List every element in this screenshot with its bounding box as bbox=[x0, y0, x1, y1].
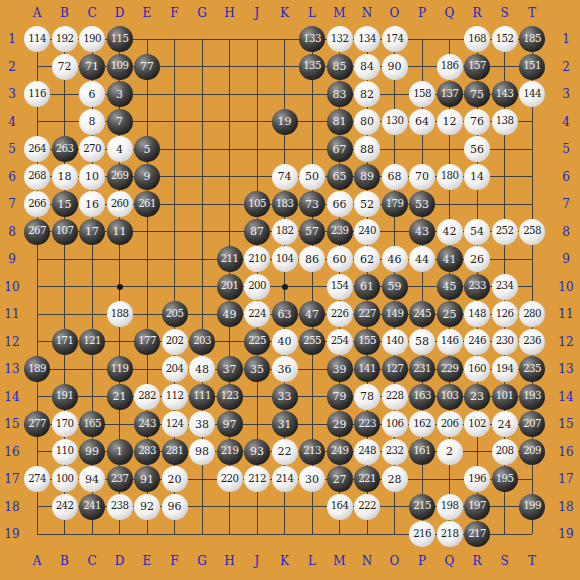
cell-O8[interactable] bbox=[381, 218, 409, 246]
cell-R16[interactable] bbox=[463, 438, 491, 466]
cell-A11[interactable] bbox=[23, 300, 51, 328]
cell-K18[interactable] bbox=[271, 493, 299, 521]
cell-E19[interactable] bbox=[133, 520, 161, 548]
cell-M14[interactable]: 79 bbox=[326, 383, 354, 411]
cell-J1[interactable] bbox=[243, 25, 271, 53]
cell-F9[interactable] bbox=[161, 245, 189, 273]
cell-E1[interactable] bbox=[133, 25, 161, 53]
cell-Q3[interactable]: 137 bbox=[436, 80, 464, 108]
cell-E8[interactable] bbox=[133, 218, 161, 246]
cell-D18[interactable]: 238 bbox=[106, 493, 134, 521]
cell-F19[interactable] bbox=[161, 520, 189, 548]
cell-O17[interactable]: 28 bbox=[381, 465, 409, 493]
cell-E9[interactable] bbox=[133, 245, 161, 273]
cell-N9[interactable]: 62 bbox=[353, 245, 381, 273]
cell-D3[interactable]: 3 bbox=[106, 80, 134, 108]
cell-J7[interactable]: 105 bbox=[243, 190, 271, 218]
cell-A2[interactable] bbox=[23, 53, 51, 81]
cell-S1[interactable]: 152 bbox=[491, 25, 519, 53]
cell-K14[interactable]: 33 bbox=[271, 383, 299, 411]
cell-S13[interactable]: 194 bbox=[491, 355, 519, 383]
cell-P18[interactable]: 215 bbox=[408, 493, 436, 521]
cell-B15[interactable]: 170 bbox=[51, 410, 79, 438]
cell-O11[interactable]: 149 bbox=[381, 300, 409, 328]
cell-L11[interactable]: 47 bbox=[298, 300, 326, 328]
cell-S4[interactable]: 138 bbox=[491, 108, 519, 136]
cell-T5[interactable] bbox=[518, 135, 546, 163]
cell-M7[interactable]: 66 bbox=[326, 190, 354, 218]
cell-E11[interactable] bbox=[133, 300, 161, 328]
cell-K1[interactable] bbox=[271, 25, 299, 53]
cell-L1[interactable]: 133 bbox=[298, 25, 326, 53]
cell-Q9[interactable]: 41 bbox=[436, 245, 464, 273]
cell-E6[interactable]: 9 bbox=[133, 163, 161, 191]
cell-T15[interactable]: 207 bbox=[518, 410, 546, 438]
cell-O13[interactable]: 127 bbox=[381, 355, 409, 383]
cell-D11[interactable]: 188 bbox=[106, 300, 134, 328]
cell-F14[interactable]: 112 bbox=[161, 383, 189, 411]
cell-Q17[interactable] bbox=[436, 465, 464, 493]
cell-T6[interactable] bbox=[518, 163, 546, 191]
cell-J5[interactable] bbox=[243, 135, 271, 163]
cell-T2[interactable]: 151 bbox=[518, 53, 546, 81]
cell-M3[interactable]: 83 bbox=[326, 80, 354, 108]
cell-S17[interactable]: 195 bbox=[491, 465, 519, 493]
cell-H16[interactable]: 219 bbox=[216, 438, 244, 466]
cell-A4[interactable] bbox=[23, 108, 51, 136]
cell-L12[interactable]: 255 bbox=[298, 328, 326, 356]
cell-A17[interactable]: 274 bbox=[23, 465, 51, 493]
cell-R4[interactable]: 76 bbox=[463, 108, 491, 136]
cell-G10[interactable] bbox=[188, 273, 216, 301]
cell-F15[interactable]: 124 bbox=[161, 410, 189, 438]
cell-S7[interactable] bbox=[491, 190, 519, 218]
cell-R13[interactable]: 160 bbox=[463, 355, 491, 383]
cell-M15[interactable]: 29 bbox=[326, 410, 354, 438]
cell-A8[interactable]: 267 bbox=[23, 218, 51, 246]
cell-Q16[interactable]: 2 bbox=[436, 438, 464, 466]
cell-F7[interactable] bbox=[161, 190, 189, 218]
cell-B17[interactable]: 100 bbox=[51, 465, 79, 493]
cell-C5[interactable]: 270 bbox=[78, 135, 106, 163]
cell-E5[interactable]: 5 bbox=[133, 135, 161, 163]
cell-R6[interactable]: 14 bbox=[463, 163, 491, 191]
cell-B2[interactable]: 72 bbox=[51, 53, 79, 81]
cell-A13[interactable]: 189 bbox=[23, 355, 51, 383]
cell-A6[interactable]: 268 bbox=[23, 163, 51, 191]
cell-T3[interactable]: 144 bbox=[518, 80, 546, 108]
cell-J12[interactable]: 225 bbox=[243, 328, 271, 356]
cell-E12[interactable]: 177 bbox=[133, 328, 161, 356]
cell-S19[interactable] bbox=[491, 520, 519, 548]
cell-S6[interactable] bbox=[491, 163, 519, 191]
cell-C3[interactable]: 6 bbox=[78, 80, 106, 108]
cell-R9[interactable]: 26 bbox=[463, 245, 491, 273]
cell-D2[interactable]: 109 bbox=[106, 53, 134, 81]
cell-F11[interactable]: 205 bbox=[161, 300, 189, 328]
cell-L16[interactable]: 213 bbox=[298, 438, 326, 466]
cell-S14[interactable]: 101 bbox=[491, 383, 519, 411]
cell-Q5[interactable] bbox=[436, 135, 464, 163]
cell-F12[interactable]: 202 bbox=[161, 328, 189, 356]
cell-R14[interactable]: 23 bbox=[463, 383, 491, 411]
cell-L6[interactable]: 50 bbox=[298, 163, 326, 191]
cell-C19[interactable] bbox=[78, 520, 106, 548]
cell-B6[interactable]: 18 bbox=[51, 163, 79, 191]
cell-M2[interactable]: 85 bbox=[326, 53, 354, 81]
cell-M19[interactable] bbox=[326, 520, 354, 548]
cell-D4[interactable]: 7 bbox=[106, 108, 134, 136]
cell-M5[interactable]: 67 bbox=[326, 135, 354, 163]
cell-B14[interactable]: 191 bbox=[51, 383, 79, 411]
cell-O1[interactable]: 174 bbox=[381, 25, 409, 53]
cell-L17[interactable]: 30 bbox=[298, 465, 326, 493]
cell-H9[interactable]: 211 bbox=[216, 245, 244, 273]
cell-Q12[interactable]: 146 bbox=[436, 328, 464, 356]
cell-S12[interactable]: 230 bbox=[491, 328, 519, 356]
cell-G17[interactable] bbox=[188, 465, 216, 493]
cell-L7[interactable]: 73 bbox=[298, 190, 326, 218]
cell-C15[interactable]: 165 bbox=[78, 410, 106, 438]
cell-O5[interactable] bbox=[381, 135, 409, 163]
cell-N12[interactable]: 155 bbox=[353, 328, 381, 356]
cell-S18[interactable] bbox=[491, 493, 519, 521]
cell-N2[interactable]: 84 bbox=[353, 53, 381, 81]
cell-K8[interactable]: 182 bbox=[271, 218, 299, 246]
cell-D15[interactable] bbox=[106, 410, 134, 438]
cell-Q13[interactable]: 229 bbox=[436, 355, 464, 383]
cell-R12[interactable]: 246 bbox=[463, 328, 491, 356]
cell-S9[interactable] bbox=[491, 245, 519, 273]
cell-R3[interactable]: 75 bbox=[463, 80, 491, 108]
cell-J17[interactable]: 212 bbox=[243, 465, 271, 493]
cell-C12[interactable]: 121 bbox=[78, 328, 106, 356]
cell-F17[interactable]: 20 bbox=[161, 465, 189, 493]
cell-D6[interactable]: 269 bbox=[106, 163, 134, 191]
cell-J3[interactable] bbox=[243, 80, 271, 108]
cell-M11[interactable]: 226 bbox=[326, 300, 354, 328]
cell-B13[interactable] bbox=[51, 355, 79, 383]
cell-F5[interactable] bbox=[161, 135, 189, 163]
cell-S11[interactable]: 126 bbox=[491, 300, 519, 328]
cell-H18[interactable] bbox=[216, 493, 244, 521]
cell-S5[interactable] bbox=[491, 135, 519, 163]
cell-K3[interactable] bbox=[271, 80, 299, 108]
cell-T12[interactable]: 236 bbox=[518, 328, 546, 356]
cell-H6[interactable] bbox=[216, 163, 244, 191]
cell-M6[interactable]: 65 bbox=[326, 163, 354, 191]
cell-L8[interactable]: 57 bbox=[298, 218, 326, 246]
cell-L15[interactable] bbox=[298, 410, 326, 438]
cell-G19[interactable] bbox=[188, 520, 216, 548]
cell-D10[interactable] bbox=[106, 273, 134, 301]
cell-G18[interactable] bbox=[188, 493, 216, 521]
cell-O4[interactable]: 130 bbox=[381, 108, 409, 136]
cell-P17[interactable] bbox=[408, 465, 436, 493]
cell-N17[interactable]: 221 bbox=[353, 465, 381, 493]
cell-H13[interactable]: 37 bbox=[216, 355, 244, 383]
cell-C1[interactable]: 190 bbox=[78, 25, 106, 53]
cell-S8[interactable]: 252 bbox=[491, 218, 519, 246]
cell-J19[interactable] bbox=[243, 520, 271, 548]
cell-A16[interactable] bbox=[23, 438, 51, 466]
cell-H15[interactable]: 97 bbox=[216, 410, 244, 438]
cell-Q2[interactable]: 186 bbox=[436, 53, 464, 81]
cell-R18[interactable]: 197 bbox=[463, 493, 491, 521]
cell-R5[interactable]: 56 bbox=[463, 135, 491, 163]
cell-O10[interactable]: 59 bbox=[381, 273, 409, 301]
cell-O9[interactable]: 46 bbox=[381, 245, 409, 273]
cell-K9[interactable]: 104 bbox=[271, 245, 299, 273]
cell-G1[interactable] bbox=[188, 25, 216, 53]
cell-G14[interactable]: 111 bbox=[188, 383, 216, 411]
cell-N8[interactable]: 240 bbox=[353, 218, 381, 246]
cell-L9[interactable]: 86 bbox=[298, 245, 326, 273]
cell-D8[interactable]: 11 bbox=[106, 218, 134, 246]
cell-F8[interactable] bbox=[161, 218, 189, 246]
cell-P9[interactable]: 44 bbox=[408, 245, 436, 273]
cell-Q10[interactable]: 45 bbox=[436, 273, 464, 301]
cell-K15[interactable]: 31 bbox=[271, 410, 299, 438]
cell-G11[interactable] bbox=[188, 300, 216, 328]
cell-E13[interactable] bbox=[133, 355, 161, 383]
cell-R1[interactable]: 168 bbox=[463, 25, 491, 53]
cell-T9[interactable] bbox=[518, 245, 546, 273]
cell-M13[interactable]: 39 bbox=[326, 355, 354, 383]
cell-M4[interactable]: 81 bbox=[326, 108, 354, 136]
cell-S2[interactable] bbox=[491, 53, 519, 81]
cell-C10[interactable] bbox=[78, 273, 106, 301]
cell-Q18[interactable]: 198 bbox=[436, 493, 464, 521]
cell-P10[interactable] bbox=[408, 273, 436, 301]
cell-F2[interactable] bbox=[161, 53, 189, 81]
cell-J13[interactable]: 35 bbox=[243, 355, 271, 383]
cell-L18[interactable] bbox=[298, 493, 326, 521]
cell-F13[interactable]: 204 bbox=[161, 355, 189, 383]
cell-Q8[interactable]: 42 bbox=[436, 218, 464, 246]
cell-E17[interactable]: 91 bbox=[133, 465, 161, 493]
cell-G8[interactable] bbox=[188, 218, 216, 246]
cell-T19[interactable] bbox=[518, 520, 546, 548]
cell-P1[interactable] bbox=[408, 25, 436, 53]
cell-L13[interactable] bbox=[298, 355, 326, 383]
cell-J15[interactable] bbox=[243, 410, 271, 438]
cell-R8[interactable]: 54 bbox=[463, 218, 491, 246]
cell-K13[interactable]: 36 bbox=[271, 355, 299, 383]
cell-O6[interactable]: 68 bbox=[381, 163, 409, 191]
cell-A1[interactable]: 114 bbox=[23, 25, 51, 53]
cell-E16[interactable]: 283 bbox=[133, 438, 161, 466]
cell-P11[interactable]: 245 bbox=[408, 300, 436, 328]
cell-H19[interactable] bbox=[216, 520, 244, 548]
cell-Q4[interactable]: 12 bbox=[436, 108, 464, 136]
cell-Q11[interactable]: 25 bbox=[436, 300, 464, 328]
cell-L4[interactable] bbox=[298, 108, 326, 136]
cell-E10[interactable] bbox=[133, 273, 161, 301]
cell-B11[interactable] bbox=[51, 300, 79, 328]
cell-T11[interactable]: 280 bbox=[518, 300, 546, 328]
cell-A7[interactable]: 266 bbox=[23, 190, 51, 218]
cell-B19[interactable] bbox=[51, 520, 79, 548]
cell-C6[interactable]: 10 bbox=[78, 163, 106, 191]
cell-N15[interactable]: 223 bbox=[353, 410, 381, 438]
cell-M18[interactable]: 164 bbox=[326, 493, 354, 521]
cell-P5[interactable] bbox=[408, 135, 436, 163]
cell-L5[interactable] bbox=[298, 135, 326, 163]
cell-J9[interactable]: 210 bbox=[243, 245, 271, 273]
cell-G6[interactable] bbox=[188, 163, 216, 191]
cell-T16[interactable]: 209 bbox=[518, 438, 546, 466]
cell-G2[interactable] bbox=[188, 53, 216, 81]
cell-H8[interactable] bbox=[216, 218, 244, 246]
cell-H14[interactable]: 123 bbox=[216, 383, 244, 411]
cell-E7[interactable]: 261 bbox=[133, 190, 161, 218]
cell-D5[interactable]: 4 bbox=[106, 135, 134, 163]
cell-C9[interactable] bbox=[78, 245, 106, 273]
cell-Q7[interactable] bbox=[436, 190, 464, 218]
cell-P13[interactable]: 231 bbox=[408, 355, 436, 383]
cell-P16[interactable]: 161 bbox=[408, 438, 436, 466]
cell-P12[interactable]: 58 bbox=[408, 328, 436, 356]
cell-N7[interactable]: 52 bbox=[353, 190, 381, 218]
cell-L10[interactable] bbox=[298, 273, 326, 301]
cell-P4[interactable]: 64 bbox=[408, 108, 436, 136]
cell-F6[interactable] bbox=[161, 163, 189, 191]
cell-L19[interactable] bbox=[298, 520, 326, 548]
cell-K6[interactable]: 74 bbox=[271, 163, 299, 191]
cell-E4[interactable] bbox=[133, 108, 161, 136]
cell-N14[interactable]: 78 bbox=[353, 383, 381, 411]
cell-Q6[interactable]: 180 bbox=[436, 163, 464, 191]
cell-T8[interactable]: 258 bbox=[518, 218, 546, 246]
cell-E2[interactable]: 77 bbox=[133, 53, 161, 81]
cell-D1[interactable]: 115 bbox=[106, 25, 134, 53]
cell-P3[interactable]: 158 bbox=[408, 80, 436, 108]
cell-H4[interactable] bbox=[216, 108, 244, 136]
cell-Q14[interactable]: 103 bbox=[436, 383, 464, 411]
cell-G7[interactable] bbox=[188, 190, 216, 218]
cell-G4[interactable] bbox=[188, 108, 216, 136]
cell-J18[interactable] bbox=[243, 493, 271, 521]
cell-K5[interactable] bbox=[271, 135, 299, 163]
cell-N4[interactable]: 80 bbox=[353, 108, 381, 136]
cell-D9[interactable] bbox=[106, 245, 134, 273]
cell-O14[interactable]: 228 bbox=[381, 383, 409, 411]
cell-N6[interactable]: 89 bbox=[353, 163, 381, 191]
cell-Q1[interactable] bbox=[436, 25, 464, 53]
cell-C11[interactable] bbox=[78, 300, 106, 328]
cell-T10[interactable] bbox=[518, 273, 546, 301]
cell-B3[interactable] bbox=[51, 80, 79, 108]
cell-J11[interactable]: 224 bbox=[243, 300, 271, 328]
cell-P14[interactable]: 163 bbox=[408, 383, 436, 411]
cell-O12[interactable]: 140 bbox=[381, 328, 409, 356]
cell-L2[interactable]: 135 bbox=[298, 53, 326, 81]
cell-A14[interactable] bbox=[23, 383, 51, 411]
cell-K12[interactable]: 40 bbox=[271, 328, 299, 356]
cell-G3[interactable] bbox=[188, 80, 216, 108]
cell-R10[interactable]: 233 bbox=[463, 273, 491, 301]
cell-B16[interactable]: 110 bbox=[51, 438, 79, 466]
cell-K19[interactable] bbox=[271, 520, 299, 548]
cell-M10[interactable]: 154 bbox=[326, 273, 354, 301]
cell-B4[interactable] bbox=[51, 108, 79, 136]
cell-G13[interactable]: 48 bbox=[188, 355, 216, 383]
cell-P15[interactable]: 162 bbox=[408, 410, 436, 438]
cell-A15[interactable]: 277 bbox=[23, 410, 51, 438]
cell-B9[interactable] bbox=[51, 245, 79, 273]
cell-M8[interactable]: 239 bbox=[326, 218, 354, 246]
cell-J16[interactable]: 93 bbox=[243, 438, 271, 466]
cell-A10[interactable] bbox=[23, 273, 51, 301]
cell-T7[interactable] bbox=[518, 190, 546, 218]
cell-M1[interactable]: 132 bbox=[326, 25, 354, 53]
cell-M9[interactable]: 60 bbox=[326, 245, 354, 273]
cell-T18[interactable]: 199 bbox=[518, 493, 546, 521]
cell-A18[interactable] bbox=[23, 493, 51, 521]
cell-E14[interactable]: 282 bbox=[133, 383, 161, 411]
cell-L3[interactable] bbox=[298, 80, 326, 108]
cell-S15[interactable]: 24 bbox=[491, 410, 519, 438]
cell-F18[interactable]: 96 bbox=[161, 493, 189, 521]
cell-N16[interactable]: 248 bbox=[353, 438, 381, 466]
cell-O7[interactable]: 179 bbox=[381, 190, 409, 218]
cell-K17[interactable]: 214 bbox=[271, 465, 299, 493]
cell-N5[interactable]: 88 bbox=[353, 135, 381, 163]
cell-T4[interactable] bbox=[518, 108, 546, 136]
cell-N1[interactable]: 134 bbox=[353, 25, 381, 53]
cell-O16[interactable]: 232 bbox=[381, 438, 409, 466]
cell-C2[interactable]: 71 bbox=[78, 53, 106, 81]
cell-B1[interactable]: 192 bbox=[51, 25, 79, 53]
cell-J14[interactable] bbox=[243, 383, 271, 411]
cell-C18[interactable]: 241 bbox=[78, 493, 106, 521]
cell-C17[interactable]: 94 bbox=[78, 465, 106, 493]
cell-E3[interactable] bbox=[133, 80, 161, 108]
cell-T14[interactable]: 193 bbox=[518, 383, 546, 411]
cell-N18[interactable]: 222 bbox=[353, 493, 381, 521]
cell-A3[interactable]: 116 bbox=[23, 80, 51, 108]
cell-P6[interactable]: 70 bbox=[408, 163, 436, 191]
cell-P19[interactable]: 216 bbox=[408, 520, 436, 548]
cell-N11[interactable]: 227 bbox=[353, 300, 381, 328]
cell-B10[interactable] bbox=[51, 273, 79, 301]
cell-H1[interactable] bbox=[216, 25, 244, 53]
cell-A5[interactable]: 264 bbox=[23, 135, 51, 163]
cell-J10[interactable]: 200 bbox=[243, 273, 271, 301]
cell-N13[interactable]: 141 bbox=[353, 355, 381, 383]
cell-A9[interactable] bbox=[23, 245, 51, 273]
cell-B18[interactable]: 242 bbox=[51, 493, 79, 521]
cell-H11[interactable]: 49 bbox=[216, 300, 244, 328]
cell-C7[interactable]: 16 bbox=[78, 190, 106, 218]
cell-O18[interactable] bbox=[381, 493, 409, 521]
cell-N3[interactable]: 82 bbox=[353, 80, 381, 108]
cell-M17[interactable]: 27 bbox=[326, 465, 354, 493]
cell-J2[interactable] bbox=[243, 53, 271, 81]
cell-N19[interactable] bbox=[353, 520, 381, 548]
cell-T13[interactable]: 235 bbox=[518, 355, 546, 383]
cell-K7[interactable]: 183 bbox=[271, 190, 299, 218]
cell-K4[interactable]: 19 bbox=[271, 108, 299, 136]
cell-K11[interactable]: 63 bbox=[271, 300, 299, 328]
cell-N10[interactable]: 61 bbox=[353, 273, 381, 301]
cell-Q15[interactable]: 206 bbox=[436, 410, 464, 438]
cell-C16[interactable]: 99 bbox=[78, 438, 106, 466]
cell-K16[interactable]: 22 bbox=[271, 438, 299, 466]
cell-T1[interactable]: 185 bbox=[518, 25, 546, 53]
cell-B12[interactable]: 171 bbox=[51, 328, 79, 356]
